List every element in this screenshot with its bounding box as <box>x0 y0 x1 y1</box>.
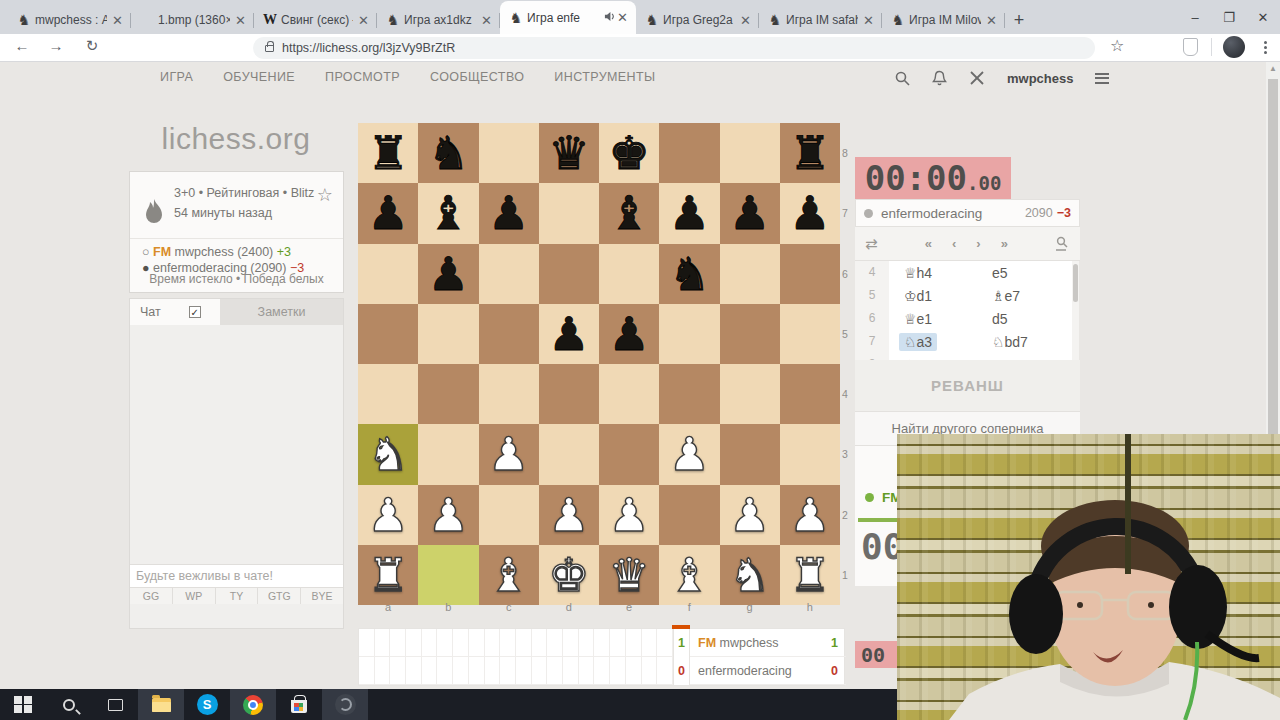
file-label-g: g <box>720 601 780 613</box>
move-6-black[interactable]: d5 <box>987 310 1013 328</box>
page-scrollbar[interactable]: ▲ <box>1266 62 1280 434</box>
crosstable-cell <box>406 657 422 685</box>
black-player-status-dot <box>864 209 873 218</box>
https-lock-icon <box>265 45 274 52</box>
square-g2[interactable]: ♟ <box>720 485 780 545</box>
left-eye <box>1077 602 1083 608</box>
crosstable-cell <box>532 629 548 657</box>
game-result-text: Время истекло • Победа белых <box>130 272 343 286</box>
black-knight-f6[interactable]: ♞ <box>659 244 719 304</box>
square-f6[interactable]: ♞ <box>659 244 719 304</box>
chat-input[interactable]: Будьте вежливы в чате! <box>130 564 343 587</box>
crosstable-cell <box>359 657 375 685</box>
browser-menu-icon[interactable] <box>1258 36 1272 58</box>
white-pawn-c3[interactable]: ♟ <box>479 424 539 484</box>
chat-enabled-checkbox[interactable]: ✓ <box>189 306 201 318</box>
file-label-c: c <box>479 601 539 613</box>
tab-close-icon[interactable]: ✕ <box>479 13 494 28</box>
square-a6[interactable] <box>358 244 418 304</box>
crosstable-cell <box>375 629 391 657</box>
square-b4[interactable] <box>418 364 478 424</box>
black-bar-name: enfermoderacing <box>881 206 1025 221</box>
tab-audio-icon[interactable] <box>604 11 615 25</box>
crosstable-cell <box>610 657 626 685</box>
task-view-icon[interactable] <box>92 689 138 720</box>
blitz-flame-icon <box>142 198 166 228</box>
crosstable-cell <box>563 657 579 685</box>
move-list-scrollbar[interactable] <box>1072 261 1079 360</box>
tab-close-icon[interactable]: ✕ <box>356 13 371 28</box>
tab-title: Свинг (секс) – <box>281 13 353 27</box>
white-pawn-a2[interactable]: ♟ <box>358 485 418 545</box>
tab-title: mwpchess : Ак <box>35 13 107 27</box>
move-row-7: 7♘a3♘bd7 <box>855 330 1072 353</box>
tab-close-icon[interactable]: ✕ <box>615 10 630 25</box>
tab-close-icon[interactable]: ✕ <box>233 13 248 28</box>
move-5-white[interactable]: ♔d1 <box>899 287 937 305</box>
square-g3[interactable] <box>720 424 780 484</box>
crosstable-cell <box>485 629 501 657</box>
square-d4[interactable] <box>539 364 599 424</box>
lichess-knight-favicon: ♞ <box>890 12 906 28</box>
close-window-button[interactable]: ✕ <box>1246 10 1280 25</box>
square-c5[interactable] <box>479 304 539 364</box>
crosstable-cell <box>453 657 469 685</box>
nav-item-1[interactable]: ОБУЧЕНИЕ <box>223 70 295 84</box>
rank-label-4: 4 <box>842 364 848 424</box>
headphone-right-cup <box>1169 565 1227 649</box>
lichess-nav-right: mwpchess <box>895 70 1109 86</box>
square-d5[interactable]: ♟ <box>539 304 599 364</box>
browser-tab-1[interactable]: 1.bmp (1360×✕ <box>131 6 254 34</box>
white-bishop-f1[interactable]: ♝ <box>659 545 719 605</box>
white-knight-g1[interactable]: ♞ <box>720 545 780 605</box>
restore-button[interactable]: ❐ <box>1212 10 1246 25</box>
crosstable-cell <box>359 629 375 657</box>
chrome-icon[interactable] <box>230 689 276 720</box>
white-player-line[interactable]: ○ FM mwpchess (2400) +3 <box>142 245 291 259</box>
crosstable-cell <box>642 657 658 685</box>
tab-title: Игра IM safah <box>786 13 858 27</box>
player-name: enfermoderacing <box>698 664 792 678</box>
square-h8[interactable]: ♜ <box>780 123 840 183</box>
square-d3[interactable] <box>539 424 599 484</box>
square-e6[interactable] <box>599 244 659 304</box>
square-d7[interactable] <box>539 183 599 243</box>
square-d6[interactable] <box>539 244 599 304</box>
square-a2[interactable]: ♟ <box>358 485 418 545</box>
crosstable-cell <box>485 657 501 685</box>
black-queen-d8[interactable]: ♛ <box>539 123 599 183</box>
crosstable-score-bottom: 0 <box>674 657 689 685</box>
file-label-b: b <box>418 601 478 613</box>
file-label-a: a <box>358 601 418 613</box>
crosstable: 1 0 FM mwpchess1enfermoderacing0 <box>358 628 845 686</box>
square-c2[interactable] <box>479 485 539 545</box>
forward-button[interactable]: → <box>44 37 68 54</box>
tab-notes[interactable]: Заметки <box>220 299 343 325</box>
square-h5[interactable] <box>780 304 840 364</box>
black-pawn-c7[interactable]: ♟ <box>479 183 539 243</box>
reload-button[interactable]: ↻ <box>80 37 104 55</box>
first-move-icon[interactable]: « <box>925 236 932 251</box>
square-a8[interactable]: ♜ <box>358 123 418 183</box>
crosstable-cell <box>579 629 595 657</box>
skype-icon[interactable]: S <box>184 689 230 720</box>
chat-tabs: Чат ✓ Заметки <box>130 299 343 325</box>
crosstable-cell <box>422 629 438 657</box>
square-g4[interactable] <box>720 364 780 424</box>
move-4-black[interactable]: e5 <box>987 264 1013 282</box>
wikipedia-favicon: W <box>262 12 278 28</box>
white-player-title: FM <box>153 245 171 259</box>
move-list[interactable]: 4♕h4e55♔d1♗e76♕e1d57♘a3♘bd78♘c2c5 <box>855 261 1072 360</box>
square-b3[interactable] <box>418 424 478 484</box>
square-e5[interactable]: ♟ <box>599 304 659 364</box>
square-g7[interactable]: ♟ <box>720 183 780 243</box>
challenge-crossed-swords-icon[interactable] <box>969 70 985 86</box>
crosstable-cell <box>516 629 532 657</box>
file-explorer-icon[interactable] <box>138 689 184 720</box>
white-bishop-c1[interactable]: ♝ <box>479 545 539 605</box>
move-4-white[interactable]: ♕h4 <box>899 264 937 282</box>
shield-extension-icon[interactable] <box>1183 38 1198 56</box>
bookmark-star-icon[interactable]: ☆ <box>1110 36 1124 55</box>
crosstable-cell <box>594 629 610 657</box>
browser-tab-0[interactable]: ♞mwpchess : Ак✕ <box>8 6 131 34</box>
browser-profile-avatar[interactable] <box>1223 36 1245 58</box>
square-h7[interactable]: ♟ <box>780 183 840 243</box>
scrollbar-up-arrow[interactable]: ▲ <box>1266 62 1280 76</box>
analysis-microscope-icon[interactable] <box>1055 236 1068 251</box>
chat-box: Чат ✓ Заметки Будьте вежливы в чате! GGW… <box>129 298 344 629</box>
move-number: 8 <box>855 353 889 360</box>
square-c8[interactable] <box>479 123 539 183</box>
square-c7[interactable]: ♟ <box>479 183 539 243</box>
game-time-ago: 54 минуты назад <box>174 206 272 220</box>
url-text: https://lichess.org/l3jzVy9BrZtR <box>282 41 455 55</box>
black-pawn-e5[interactable]: ♟ <box>599 304 659 364</box>
tab-chat[interactable]: Чат ✓ <box>130 299 220 325</box>
streamer-figure <box>897 434 1280 720</box>
microsoft-store-icon[interactable] <box>276 689 322 720</box>
tab-close-icon[interactable]: ✕ <box>984 13 999 28</box>
chat-quick-wp[interactable]: WP <box>173 588 216 604</box>
square-g6[interactable] <box>720 244 780 304</box>
crosstable-names: FM mwpchess1enfermoderacing0 <box>689 629 846 685</box>
square-g8[interactable] <box>720 123 780 183</box>
start-button[interactable] <box>0 689 46 720</box>
square-c4[interactable] <box>479 364 539 424</box>
black-king-e8[interactable]: ♚ <box>599 123 659 183</box>
lichess-knight-favicon: ♞ <box>385 12 401 28</box>
back-button[interactable]: ← <box>10 37 34 54</box>
minimize-button[interactable]: – <box>1178 10 1212 25</box>
black-pawn-a7[interactable]: ♟ <box>358 183 418 243</box>
crosstable-cell <box>437 657 453 685</box>
lichess-knight-favicon: ♞ <box>644 12 660 28</box>
prev-move-icon[interactable]: ‹ <box>952 236 956 251</box>
white-player-delta: +3 <box>277 245 291 259</box>
tab-title: 1.bmp (1360× <box>158 13 230 27</box>
browser-tab-7[interactable]: ♞Игра IM Milov✕ <box>882 6 1005 34</box>
white-player-bar[interactable]: FM <box>855 490 902 505</box>
square-e8[interactable]: ♚ <box>599 123 659 183</box>
black-pawn-h7[interactable]: ♟ <box>780 183 840 243</box>
browser-tab-2[interactable]: WСвинг (секс) –✕ <box>254 6 377 34</box>
black-knight-b8[interactable]: ♞ <box>418 123 478 183</box>
file-label-d: d <box>539 601 599 613</box>
move-6-white[interactable]: ♕e1 <box>899 310 937 328</box>
browser-tab-5[interactable]: ♞Игра Greg2a ·✕ <box>636 6 759 34</box>
white-player-status-dot <box>865 493 874 502</box>
black-pawn-b6[interactable]: ♟ <box>418 244 478 304</box>
player-title: FM <box>698 636 720 650</box>
browser-tab-3[interactable]: ♞Игра ax1dkz ·✕ <box>377 6 500 34</box>
mic-boom <box>1207 634 1259 658</box>
crosstable-cell <box>469 657 485 685</box>
chat-quick-gg[interactable]: GG <box>130 588 173 604</box>
rank-label-6: 6 <box>842 244 848 304</box>
square-f2[interactable] <box>659 485 719 545</box>
square-d8[interactable]: ♛ <box>539 123 599 183</box>
square-a7[interactable]: ♟ <box>358 183 418 243</box>
flip-board-icon[interactable]: ⇄ <box>865 235 878 253</box>
crosstable-current-scores: 1 0 <box>673 629 689 685</box>
lichess-knight-favicon: ♞ <box>767 12 783 28</box>
crosstable-cell <box>547 629 563 657</box>
toolbar-separator <box>1211 38 1212 56</box>
crosstable-cell <box>390 629 406 657</box>
white-rook-a1[interactable]: ♜ <box>358 545 418 605</box>
game-mode-line: 3+0 • Рейтинговая • Blitz <box>174 186 314 200</box>
white-pawn-b2[interactable]: ♟ <box>418 485 478 545</box>
crosstable-cell <box>437 629 453 657</box>
screen: ♞mwpchess : Ак✕1.bmp (1360×✕WСвинг (секс… <box>0 0 1280 720</box>
black-rook-h8[interactable]: ♜ <box>780 123 840 183</box>
board-rank-labels: 87654321 <box>842 123 848 605</box>
tab-title: Игра ax1dkz · <box>404 13 476 27</box>
browser-tab-4[interactable]: ♞Игра enfe✕ <box>500 1 636 34</box>
scrollbar-thumb[interactable] <box>1268 79 1278 434</box>
crosstable-cell <box>594 657 610 685</box>
move-7-black[interactable]: ♘bd7 <box>987 333 1033 351</box>
white-pawn-f3[interactable]: ♟ <box>659 424 719 484</box>
black-player-bar[interactable]: enfermoderacing 2090 −3 <box>855 199 1080 227</box>
move-row-5: 5♔d1♗e7 <box>855 284 1072 307</box>
crosstable-cell <box>579 657 595 685</box>
square-a4[interactable] <box>358 364 418 424</box>
player-score: 0 <box>831 664 838 678</box>
crosstable-cell <box>657 657 673 685</box>
crosstable-cell <box>626 657 642 685</box>
square-a5[interactable] <box>358 304 418 364</box>
black-pawn-g7[interactable]: ♟ <box>720 183 780 243</box>
file-favicon <box>139 12 155 28</box>
bookmark-game-star-icon[interactable]: ☆ <box>317 184 333 206</box>
rematch-button[interactable]: РЕВАНШ <box>855 360 1080 412</box>
white-rook-h1[interactable]: ♜ <box>780 545 840 605</box>
lichess-logo[interactable]: lichess.org <box>128 122 344 156</box>
crosstable-cell <box>390 657 406 685</box>
square-f4[interactable] <box>659 364 719 424</box>
white-player-name: mwpchess <box>175 245 234 259</box>
logged-in-username[interactable]: mwpchess <box>1007 71 1073 86</box>
square-g1[interactable]: ♞ <box>720 545 780 605</box>
move-row-6: 6♕e1d5 <box>855 307 1072 330</box>
nav-item-3[interactable]: СООБЩЕСТВО <box>430 70 524 84</box>
square-e7[interactable]: ♝ <box>599 183 659 243</box>
square-b7[interactable]: ♝ <box>418 183 478 243</box>
crosstable-cell <box>375 657 391 685</box>
window-controls: – ❐ ✕ <box>1178 0 1280 34</box>
crosstable-cell <box>657 629 673 657</box>
square-f1[interactable]: ♝ <box>659 545 719 605</box>
square-b2[interactable]: ♟ <box>418 485 478 545</box>
white-pawn-d2[interactable]: ♟ <box>539 485 599 545</box>
tab-title: Игра enfe <box>527 11 601 25</box>
square-h6[interactable] <box>780 244 840 304</box>
tab-title: Игра IM Milov <box>909 13 981 27</box>
nav-item-2[interactable]: ПРОСМОТР <box>325 70 400 84</box>
square-e3[interactable] <box>599 424 659 484</box>
white-pawn-h2[interactable]: ♟ <box>780 485 840 545</box>
crosstable-cell <box>610 629 626 657</box>
tab-title: Игра Greg2a · <box>663 13 735 27</box>
rank-label-7: 7 <box>842 183 848 243</box>
black-rook-a8[interactable]: ♜ <box>358 123 418 183</box>
crosstable-cell <box>532 657 548 685</box>
address-bar[interactable]: https://lichess.org/l3jzVy9BrZtR <box>253 37 1095 59</box>
black-pawn-d5[interactable]: ♟ <box>539 304 599 364</box>
file-label-f: f <box>659 601 719 613</box>
move-number: 4 <box>855 261 889 284</box>
next-move-icon[interactable]: › <box>976 236 980 251</box>
square-f3[interactable]: ♟ <box>659 424 719 484</box>
browser-tab-6[interactable]: ♞Игра IM safah✕ <box>759 6 882 34</box>
crosstable-cell <box>500 657 516 685</box>
chess-board[interactable]: ♜♞♛♚♜♟♝♟♝♟♟♟♟♞♟♟♞♟♟♟♟♟♟♟♟♜♝♚♛♝♞♜ <box>358 123 840 605</box>
curtain-rod <box>1125 434 1131 574</box>
rank-label-8: 8 <box>842 123 848 183</box>
square-f8[interactable] <box>659 123 719 183</box>
lichess-main-nav: ИГРАОБУЧЕНИЕПРОСМОТРСООБЩЕСТВОИНСТРУМЕНТ… <box>160 70 656 84</box>
move-number: 7 <box>855 330 889 353</box>
square-h1[interactable]: ♜ <box>780 545 840 605</box>
square-e2[interactable]: ♟ <box>599 485 659 545</box>
crosstable-cell <box>516 657 532 685</box>
move-7-white[interactable]: ♘a3 <box>899 333 937 351</box>
file-label-e: e <box>599 601 659 613</box>
browser-tab-strip: ♞mwpchess : Ак✕1.bmp (1360×✕WСвинг (секс… <box>0 0 1280 34</box>
white-pawn-g2[interactable]: ♟ <box>720 485 780 545</box>
square-b5[interactable] <box>418 304 478 364</box>
taskbar-search-icon[interactable] <box>46 689 92 720</box>
file-label-h: h <box>780 601 840 613</box>
nav-item-4[interactable]: ИНСТРУМЕНТЫ <box>554 70 655 84</box>
square-a1[interactable]: ♜ <box>358 545 418 605</box>
notifications-bell-icon[interactable] <box>932 70 947 86</box>
move-number: 6 <box>855 307 889 330</box>
search-icon[interactable] <box>895 71 910 86</box>
tab-close-icon[interactable]: ✕ <box>110 13 125 28</box>
move-5-black[interactable]: ♗e7 <box>987 287 1025 305</box>
white-player-rating: (2400) <box>237 245 273 259</box>
hamburger-menu-icon[interactable] <box>1095 70 1109 86</box>
square-g5[interactable] <box>720 304 780 364</box>
square-c3[interactable]: ♟ <box>479 424 539 484</box>
chat-quick-gtg[interactable]: GTG <box>258 588 301 604</box>
white-knight-a3[interactable]: ♞ <box>358 424 418 484</box>
square-h3[interactable] <box>780 424 840 484</box>
chat-quick-ty[interactable]: TY <box>216 588 259 604</box>
clock-fragment: 00 <box>855 641 897 668</box>
square-b8[interactable]: ♞ <box>418 123 478 183</box>
crosstable-cell <box>642 629 658 657</box>
white-queen-e1[interactable]: ♛ <box>599 545 659 605</box>
player-score: 1 <box>831 636 838 650</box>
square-a3[interactable]: ♞ <box>358 424 418 484</box>
square-e1[interactable]: ♛ <box>599 545 659 605</box>
headphone-left-cup <box>1009 574 1063 654</box>
square-f7[interactable]: ♟ <box>659 183 719 243</box>
black-pawn-f7[interactable]: ♟ <box>659 183 719 243</box>
move-row-8: 8♘c2c5 <box>855 353 1072 360</box>
obs-icon[interactable] <box>322 689 368 720</box>
tab-close-icon[interactable]: ✕ <box>861 13 876 28</box>
crosstable-row-1[interactable]: enfermoderacing0 <box>690 657 846 685</box>
white-king-d1[interactable]: ♚ <box>539 545 599 605</box>
square-c1[interactable]: ♝ <box>479 545 539 605</box>
chat-quick-buttons: GGWPTYGTGBYE <box>130 587 343 604</box>
black-bishop-b7[interactable]: ♝ <box>418 183 478 243</box>
white-pawn-e2[interactable]: ♟ <box>599 485 659 545</box>
nav-item-0[interactable]: ИГРА <box>160 70 193 84</box>
infobox-divider <box>130 238 343 239</box>
crosstable-cell <box>626 629 642 657</box>
tab-close-icon[interactable]: ✕ <box>738 13 753 28</box>
board-file-labels: abcdefgh <box>358 601 840 613</box>
square-b6[interactable]: ♟ <box>418 244 478 304</box>
chat-quick-bye[interactable]: BYE <box>301 588 343 604</box>
square-d1[interactable]: ♚ <box>539 545 599 605</box>
crosstable-cell <box>547 657 563 685</box>
right-eye <box>1148 602 1154 608</box>
webcam-video <box>897 434 1280 720</box>
new-tab-button[interactable]: + <box>1005 6 1033 34</box>
last-move-icon[interactable]: » <box>1001 236 1008 251</box>
square-b1[interactable] <box>418 545 478 605</box>
crosstable-cell <box>500 629 516 657</box>
game-info-box: 3+0 • Рейтинговая • Blitz 54 минуты наза… <box>129 171 344 293</box>
move-number: 5 <box>855 284 889 307</box>
square-e4[interactable] <box>599 364 659 424</box>
square-c6[interactable] <box>479 244 539 304</box>
square-f5[interactable] <box>659 304 719 364</box>
crosstable-score-top: 1 <box>674 629 689 657</box>
black-bar-rating: 2090 <box>1025 206 1053 220</box>
rank-label-3: 3 <box>842 424 848 484</box>
square-d2[interactable]: ♟ <box>539 485 599 545</box>
move-row-4: 4♕h4e5 <box>855 261 1072 284</box>
rank-label-5: 5 <box>842 304 848 364</box>
player-name: mwpchess <box>720 636 779 650</box>
square-h4[interactable] <box>780 364 840 424</box>
black-bishop-e7[interactable]: ♝ <box>599 183 659 243</box>
crosstable-row-0[interactable]: FM mwpchess1 <box>690 629 846 657</box>
square-h2[interactable]: ♟ <box>780 485 840 545</box>
crosstable-grid <box>359 629 673 685</box>
